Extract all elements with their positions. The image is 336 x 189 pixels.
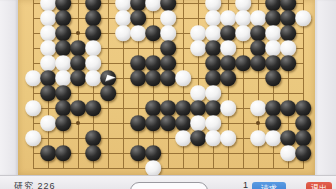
red-action-button[interactable]: 退出 (306, 182, 332, 189)
stone-black[interactable] (55, 85, 71, 101)
stone-black[interactable] (160, 55, 176, 71)
stone-white[interactable] (40, 10, 56, 26)
stone-white[interactable] (115, 10, 131, 26)
stone-white[interactable] (205, 10, 221, 26)
stone-black[interactable] (70, 70, 86, 86)
stone-white[interactable] (55, 70, 71, 86)
stone-black[interactable] (70, 100, 86, 116)
stone-white[interactable] (205, 130, 221, 146)
stone-white[interactable] (205, 115, 221, 131)
app-screen: 研究 226 1 请求 退出 (0, 0, 336, 189)
stone-black[interactable] (175, 100, 191, 116)
stone-black[interactable] (265, 70, 281, 86)
stone-black[interactable] (55, 25, 71, 41)
stone-white[interactable] (280, 145, 296, 161)
stone-black[interactable] (145, 145, 161, 161)
star-point (256, 121, 260, 125)
stone-white[interactable] (145, 160, 161, 175)
stone-white[interactable] (115, 0, 131, 11)
stone-white[interactable] (25, 70, 41, 86)
stone-black[interactable] (130, 55, 146, 71)
stone-white[interactable] (235, 10, 251, 26)
stone-black[interactable] (70, 40, 86, 56)
stone-white[interactable] (220, 10, 236, 26)
stone-white[interactable] (175, 70, 191, 86)
stone-black[interactable] (205, 70, 221, 86)
stone-white[interactable] (265, 25, 281, 41)
center-pill-button[interactable] (130, 182, 208, 189)
stone-black[interactable] (265, 100, 281, 116)
grid-line-horizontal (33, 153, 304, 154)
stone-black[interactable] (85, 0, 101, 11)
stone-white[interactable] (295, 10, 311, 26)
stone-black[interactable] (145, 70, 161, 86)
stone-white[interactable] (130, 25, 146, 41)
right-gutter (315, 0, 336, 175)
stone-black[interactable] (40, 70, 56, 86)
stone-white[interactable] (85, 70, 101, 86)
stone-black[interactable] (205, 55, 221, 71)
stone-white[interactable] (40, 55, 56, 71)
stone-white[interactable] (115, 25, 131, 41)
stone-white[interactable] (220, 100, 236, 116)
stone-white[interactable] (250, 130, 266, 146)
stone-black[interactable] (280, 0, 296, 11)
bottom-toolbar: 研究 226 1 请求 退出 (0, 175, 336, 189)
stone-black[interactable] (160, 0, 176, 11)
stone-white[interactable] (160, 10, 176, 26)
stone-white[interactable] (175, 130, 191, 146)
stone-white[interactable] (25, 100, 41, 116)
stone-white[interactable] (250, 10, 266, 26)
stone-black[interactable] (130, 10, 146, 26)
stone-black[interactable] (130, 145, 146, 161)
stone-white[interactable] (205, 0, 221, 11)
stone-white[interactable] (220, 130, 236, 146)
stone-white[interactable] (145, 0, 161, 11)
stone-black[interactable] (55, 145, 71, 161)
stone-black[interactable] (250, 40, 266, 56)
stone-white[interactable] (280, 40, 296, 56)
stone-white[interactable] (40, 0, 56, 11)
stone-black[interactable] (85, 130, 101, 146)
stone-black[interactable] (85, 145, 101, 161)
stone-white[interactable] (160, 25, 176, 41)
stone-black[interactable] (280, 130, 296, 146)
stone-white[interactable] (40, 25, 56, 41)
stone-white[interactable] (25, 130, 41, 146)
stone-white[interactable] (190, 85, 206, 101)
move-info-text: 研究 226 (14, 180, 56, 189)
stone-black[interactable] (40, 145, 56, 161)
stone-black[interactable] (55, 40, 71, 56)
stone-white[interactable] (250, 100, 266, 116)
stone-white[interactable] (190, 25, 206, 41)
stone-white[interactable] (85, 40, 101, 56)
count-text: 1 (243, 180, 248, 189)
stone-black[interactable] (205, 100, 221, 116)
stone-black[interactable] (280, 10, 296, 26)
stone-white[interactable] (205, 85, 221, 101)
stone-black[interactable] (265, 10, 281, 26)
stone-black[interactable] (145, 115, 161, 131)
stone-white[interactable] (190, 40, 206, 56)
stone-black[interactable] (295, 115, 311, 131)
stone-white[interactable] (265, 40, 281, 56)
stone-white[interactable] (265, 130, 281, 146)
stone-white[interactable] (235, 0, 251, 11)
stone-black[interactable] (190, 130, 206, 146)
stone-black[interactable] (205, 40, 221, 56)
stone-black[interactable] (55, 10, 71, 26)
stone-black[interactable] (265, 0, 281, 11)
stone-black[interactable] (250, 25, 266, 41)
stone-black[interactable] (295, 145, 311, 161)
stone-black[interactable] (295, 130, 311, 146)
stone-white[interactable] (205, 25, 221, 41)
blue-action-button[interactable]: 请求 (252, 182, 286, 189)
stone-black[interactable] (160, 40, 176, 56)
stone-white[interactable] (40, 40, 56, 56)
star-point (76, 121, 80, 125)
stone-black[interactable] (190, 100, 206, 116)
stone-black[interactable] (175, 115, 191, 131)
stone-black[interactable] (85, 25, 101, 41)
stone-black[interactable] (55, 100, 71, 116)
grid-line-horizontal (33, 168, 304, 169)
star-point (76, 31, 80, 35)
stone-black[interactable] (100, 85, 116, 101)
stone-black[interactable] (145, 100, 161, 116)
stone-white[interactable] (235, 25, 251, 41)
stone-black[interactable] (160, 70, 176, 86)
stone-black[interactable] (295, 100, 311, 116)
stone-black[interactable] (220, 70, 236, 86)
stone-black[interactable] (235, 55, 251, 71)
stone-black[interactable] (145, 25, 161, 41)
stone-black[interactable] (55, 115, 71, 131)
stone-black[interactable] (55, 0, 71, 11)
stone-black[interactable] (220, 25, 236, 41)
stone-white[interactable] (190, 115, 206, 131)
stone-black[interactable] (145, 55, 161, 71)
stone-black[interactable] (280, 55, 296, 71)
stone-black[interactable] (85, 100, 101, 116)
stone-black[interactable] (280, 100, 296, 116)
stone-black[interactable] (280, 25, 296, 41)
stone-black[interactable] (130, 115, 146, 131)
stone-white[interactable] (40, 115, 56, 131)
stone-black[interactable] (70, 55, 86, 71)
grid-line-horizontal (33, 93, 304, 94)
stone-white[interactable] (85, 55, 101, 71)
stone-white[interactable] (220, 40, 236, 56)
stone-black[interactable] (85, 10, 101, 26)
stone-black[interactable] (160, 100, 176, 116)
left-gutter (0, 0, 18, 175)
stone-black[interactable] (265, 115, 281, 131)
stone-black[interactable] (130, 70, 146, 86)
stone-black[interactable] (40, 85, 56, 101)
stone-black[interactable] (130, 0, 146, 11)
stone-black[interactable] (265, 55, 281, 71)
go-board[interactable] (18, 0, 315, 175)
stone-black[interactable] (160, 115, 176, 131)
stone-black[interactable] (250, 55, 266, 71)
stone-white[interactable] (55, 55, 71, 71)
stone-black[interactable] (220, 55, 236, 71)
